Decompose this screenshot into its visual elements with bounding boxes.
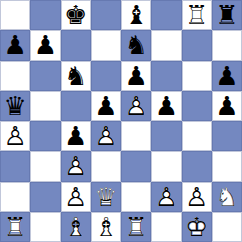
black-rook-h8[interactable]: ♜: [212, 0, 242, 30]
piece-fill-glyph: ♜: [121, 212, 151, 242]
square-c7[interactable]: [61, 30, 91, 60]
piece-fill-glyph: ♟: [151, 182, 181, 212]
square-g7[interactable]: [182, 30, 212, 60]
black-knight-e7[interactable]: ♞: [121, 30, 151, 60]
piece-outline-glyph: ♙: [61, 151, 91, 181]
white-king-g1[interactable]: ♚♔: [182, 212, 212, 242]
piece-outline-glyph: ♕: [91, 182, 121, 212]
square-a2[interactable]: [0, 182, 30, 212]
piece-fill-glyph: ♟: [182, 182, 212, 212]
square-f6[interactable]: [151, 61, 181, 91]
square-d8[interactable]: [91, 0, 121, 30]
white-pawn-g2[interactable]: ♟♙: [182, 182, 212, 212]
square-d7[interactable]: [91, 30, 121, 60]
piece-outline-glyph: ♙: [0, 121, 30, 151]
piece-fill-glyph: ♟: [91, 121, 121, 151]
square-c3[interactable]: ♟♙: [61, 151, 91, 181]
white-pawn-d4[interactable]: ♟♙: [91, 121, 121, 151]
square-c6[interactable]: ♞: [61, 61, 91, 91]
piece-outline-glyph: ♖: [0, 212, 30, 242]
piece-fill-glyph: ♝: [91, 212, 121, 242]
square-g3[interactable]: [182, 151, 212, 181]
piece-outline-glyph: ♗: [61, 212, 91, 242]
piece-fill-glyph: ♟: [0, 30, 30, 60]
white-pawn-c3[interactable]: ♟♙: [61, 151, 91, 181]
black-pawn-h6[interactable]: ♟: [212, 61, 242, 91]
piece-fill-glyph: ♟: [30, 30, 60, 60]
piece-outline-glyph: ♖: [121, 212, 151, 242]
square-a6[interactable]: [0, 61, 30, 91]
square-e3[interactable]: [121, 151, 151, 181]
piece-fill-glyph: ♟: [212, 61, 242, 91]
black-queen-a5[interactable]: ♛: [0, 91, 30, 121]
square-h5[interactable]: ♟: [212, 91, 242, 121]
piece-outline-glyph: ♖: [182, 0, 212, 30]
square-a8[interactable]: [0, 0, 30, 30]
square-b5[interactable]: [30, 91, 60, 121]
square-e6[interactable]: ♟: [121, 61, 151, 91]
piece-fill-glyph: ♟: [61, 151, 91, 181]
square-h8[interactable]: ♜: [212, 0, 242, 30]
white-pawn-c2[interactable]: ♟♙: [61, 182, 91, 212]
black-knight-c6[interactable]: ♞: [61, 61, 91, 91]
square-d3[interactable]: [91, 151, 121, 181]
black-pawn-d5[interactable]: ♟: [91, 91, 121, 121]
square-h2[interactable]: ♞♘: [212, 182, 242, 212]
square-a5[interactable]: ♛: [0, 91, 30, 121]
square-e1[interactable]: ♜♖: [121, 212, 151, 242]
square-h3[interactable]: [212, 151, 242, 181]
piece-fill-glyph: ♟: [91, 91, 121, 121]
piece-fill-glyph: ♟: [151, 91, 181, 121]
piece-fill-glyph: ♝: [61, 212, 91, 242]
square-d1[interactable]: ♝♗: [91, 212, 121, 242]
white-rook-a1[interactable]: ♜♖: [0, 212, 30, 242]
square-e8[interactable]: ♝: [121, 0, 151, 30]
square-b7[interactable]: ♟: [30, 30, 60, 60]
piece-outline-glyph: ♙: [151, 182, 181, 212]
black-bishop-e8[interactable]: ♝: [121, 0, 151, 30]
piece-fill-glyph: ♛: [91, 182, 121, 212]
piece-fill-glyph: ♚: [61, 0, 91, 30]
piece-outline-glyph: ♘: [212, 182, 242, 212]
square-f1[interactable]: [151, 212, 181, 242]
square-f3[interactable]: [151, 151, 181, 181]
square-a4[interactable]: ♟♙: [0, 121, 30, 151]
square-g1[interactable]: ♚♔: [182, 212, 212, 242]
square-h4[interactable]: [212, 121, 242, 151]
square-f5[interactable]: ♟: [151, 91, 181, 121]
piece-fill-glyph: ♜: [212, 0, 242, 30]
square-d4[interactable]: ♟♙: [91, 121, 121, 151]
piece-fill-glyph: ♞: [121, 30, 151, 60]
square-g4[interactable]: [182, 121, 212, 151]
square-f4[interactable]: [151, 121, 181, 151]
square-b1[interactable]: [30, 212, 60, 242]
square-e5[interactable]: ♟♙: [121, 91, 151, 121]
square-g8[interactable]: ♜♖: [182, 0, 212, 30]
square-e2[interactable]: [121, 182, 151, 212]
square-b2[interactable]: [30, 182, 60, 212]
piece-fill-glyph: ♛: [0, 91, 30, 121]
white-queen-d2[interactable]: ♛♕: [91, 182, 121, 212]
square-f7[interactable]: [151, 30, 181, 60]
piece-fill-glyph: ♟: [121, 61, 151, 91]
white-rook-e1[interactable]: ♜♖: [121, 212, 151, 242]
piece-outline-glyph: ♔: [182, 212, 212, 242]
square-c4[interactable]: ♟: [61, 121, 91, 151]
square-h7[interactable]: [212, 30, 242, 60]
white-pawn-e5[interactable]: ♟♙: [121, 91, 151, 121]
black-pawn-f5[interactable]: ♟: [151, 91, 181, 121]
black-pawn-h5[interactable]: ♟: [212, 91, 242, 121]
white-rook-g8[interactable]: ♜♖: [182, 0, 212, 30]
piece-fill-glyph: ♟: [0, 121, 30, 151]
white-bishop-d1[interactable]: ♝♗: [91, 212, 121, 242]
square-g6[interactable]: [182, 61, 212, 91]
square-b4[interactable]: [30, 121, 60, 151]
white-pawn-f2[interactable]: ♟♙: [151, 182, 181, 212]
white-pawn-a4[interactable]: ♟♙: [0, 121, 30, 151]
black-pawn-b7[interactable]: ♟: [30, 30, 60, 60]
square-h6[interactable]: ♟: [212, 61, 242, 91]
white-knight-h2[interactable]: ♞♘: [212, 182, 242, 212]
square-b3[interactable]: [30, 151, 60, 181]
piece-outline-glyph: ♙: [182, 182, 212, 212]
square-b6[interactable]: [30, 61, 60, 91]
piece-fill-glyph: ♝: [121, 0, 151, 30]
square-a7[interactable]: ♟: [0, 30, 30, 60]
square-e4[interactable]: [121, 121, 151, 151]
square-d2[interactable]: ♛♕: [91, 182, 121, 212]
piece-fill-glyph: ♟: [212, 91, 242, 121]
black-pawn-a7[interactable]: ♟: [0, 30, 30, 60]
chess-board: ♚♝♜♖♜♟♟♞♞♟♟♛♟♟♙♟♟♟♙♟♟♙♟♙♟♙♛♕♟♙♟♙♞♘♜♖♝♗♝♗…: [0, 0, 242, 242]
square-h1[interactable]: [212, 212, 242, 242]
piece-fill-glyph: ♚: [182, 212, 212, 242]
black-pawn-c4[interactable]: ♟: [61, 121, 91, 151]
piece-outline-glyph: ♗: [91, 212, 121, 242]
piece-fill-glyph: ♜: [0, 212, 30, 242]
square-c5[interactable]: [61, 91, 91, 121]
piece-outline-glyph: ♙: [61, 182, 91, 212]
square-c2[interactable]: ♟♙: [61, 182, 91, 212]
piece-fill-glyph: ♟: [61, 182, 91, 212]
piece-outline-glyph: ♙: [121, 91, 151, 121]
square-d6[interactable]: [91, 61, 121, 91]
square-a3[interactable]: [0, 151, 30, 181]
square-e7[interactable]: ♞: [121, 30, 151, 60]
square-d5[interactable]: ♟: [91, 91, 121, 121]
square-f8[interactable]: [151, 0, 181, 30]
piece-fill-glyph: ♟: [61, 121, 91, 151]
square-b8[interactable]: [30, 0, 60, 30]
square-c8[interactable]: ♚: [61, 0, 91, 30]
piece-fill-glyph: ♜: [182, 0, 212, 30]
piece-outline-glyph: ♙: [91, 121, 121, 151]
square-g2[interactable]: ♟♙: [182, 182, 212, 212]
square-f2[interactable]: ♟♙: [151, 182, 181, 212]
piece-fill-glyph: ♟: [121, 91, 151, 121]
white-bishop-c1[interactable]: ♝♗: [61, 212, 91, 242]
piece-fill-glyph: ♞: [61, 61, 91, 91]
piece-fill-glyph: ♞: [212, 182, 242, 212]
square-g5[interactable]: [182, 91, 212, 121]
black-king-c8[interactable]: ♚: [61, 0, 91, 30]
black-pawn-e6[interactable]: ♟: [121, 61, 151, 91]
square-a1[interactable]: ♜♖: [0, 212, 30, 242]
square-c1[interactable]: ♝♗: [61, 212, 91, 242]
